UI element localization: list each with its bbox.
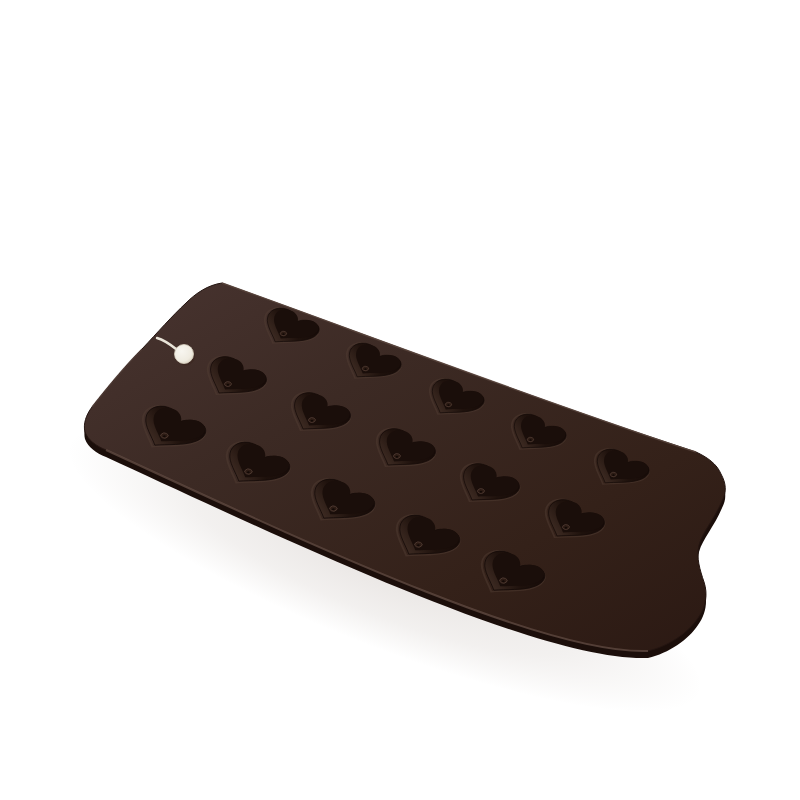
product-photo <box>0 0 800 800</box>
scene-svg <box>0 0 800 800</box>
tag-disc <box>175 345 194 364</box>
